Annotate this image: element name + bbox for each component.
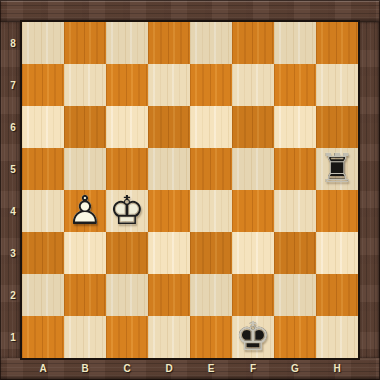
white-pawn-outline-glyph: ♙ bbox=[64, 189, 106, 231]
square-h7[interactable] bbox=[316, 64, 358, 106]
square-c4[interactable]: ♚♔ bbox=[106, 190, 148, 232]
file-label-g: G bbox=[274, 358, 316, 379]
rank-label-5: 5 bbox=[0, 148, 22, 190]
square-b4[interactable]: ♟♙ bbox=[64, 190, 106, 232]
square-e2[interactable] bbox=[190, 274, 232, 316]
square-f2[interactable] bbox=[232, 274, 274, 316]
square-g2[interactable] bbox=[274, 274, 316, 316]
square-a5[interactable] bbox=[22, 148, 64, 190]
square-a7[interactable] bbox=[22, 64, 64, 106]
rank-label-2: 2 bbox=[0, 274, 22, 316]
file-label-d: D bbox=[148, 358, 190, 379]
black-king-fill-glyph: ♚ bbox=[232, 315, 274, 357]
file-label-b: B bbox=[64, 358, 106, 379]
square-c7[interactable] bbox=[106, 64, 148, 106]
square-g3[interactable] bbox=[274, 232, 316, 274]
piece-black-rook[interactable]: ♜♖ bbox=[316, 148, 358, 190]
square-f1[interactable]: ♚♔ bbox=[232, 316, 274, 358]
square-g8[interactable] bbox=[274, 22, 316, 64]
square-a8[interactable] bbox=[22, 22, 64, 64]
square-h6[interactable] bbox=[316, 106, 358, 148]
square-e5[interactable] bbox=[190, 148, 232, 190]
piece-black-king[interactable]: ♚♔ bbox=[232, 316, 274, 358]
black-king-outline-glyph: ♔ bbox=[232, 315, 274, 357]
square-c3[interactable] bbox=[106, 232, 148, 274]
black-rook-outline-glyph: ♖ bbox=[316, 147, 358, 189]
square-h1[interactable] bbox=[316, 316, 358, 358]
board-frame-right bbox=[358, 22, 380, 358]
square-b8[interactable] bbox=[64, 22, 106, 64]
rank-label-6: 6 bbox=[0, 106, 22, 148]
square-h3[interactable] bbox=[316, 232, 358, 274]
square-e7[interactable] bbox=[190, 64, 232, 106]
square-g7[interactable] bbox=[274, 64, 316, 106]
chess-board: ♜♖♟♙♚♔♚♔ bbox=[20, 20, 360, 360]
square-c5[interactable] bbox=[106, 148, 148, 190]
file-label-c: C bbox=[106, 358, 148, 379]
square-e4[interactable] bbox=[190, 190, 232, 232]
white-king-outline-glyph: ♔ bbox=[106, 189, 148, 231]
square-h5[interactable]: ♜♖ bbox=[316, 148, 358, 190]
white-pawn-fill-glyph: ♟ bbox=[64, 189, 106, 231]
square-d6[interactable] bbox=[148, 106, 190, 148]
square-b6[interactable] bbox=[64, 106, 106, 148]
square-f7[interactable] bbox=[232, 64, 274, 106]
rank-label-8: 8 bbox=[0, 22, 22, 64]
square-h2[interactable] bbox=[316, 274, 358, 316]
square-b1[interactable] bbox=[64, 316, 106, 358]
square-e1[interactable] bbox=[190, 316, 232, 358]
rank-label-4: 4 bbox=[0, 190, 22, 232]
file-label-h: H bbox=[316, 358, 358, 379]
square-g6[interactable] bbox=[274, 106, 316, 148]
board-frame-top bbox=[0, 0, 380, 22]
square-d7[interactable] bbox=[148, 64, 190, 106]
board-frame-bottom: ABCDEFGH bbox=[0, 358, 380, 380]
file-label-e: E bbox=[190, 358, 232, 379]
file-label-a: A bbox=[22, 358, 64, 379]
square-d4[interactable] bbox=[148, 190, 190, 232]
square-d2[interactable] bbox=[148, 274, 190, 316]
square-e6[interactable] bbox=[190, 106, 232, 148]
square-c8[interactable] bbox=[106, 22, 148, 64]
piece-white-king[interactable]: ♚♔ bbox=[106, 190, 148, 232]
square-f5[interactable] bbox=[232, 148, 274, 190]
square-a6[interactable] bbox=[22, 106, 64, 148]
board-frame-left: 87654321 bbox=[0, 22, 22, 358]
square-a3[interactable] bbox=[22, 232, 64, 274]
chessboard-screenshot: ABCDEFGH 87654321 ♜♖♟♙♚♔♚♔ bbox=[0, 0, 380, 380]
square-d8[interactable] bbox=[148, 22, 190, 64]
square-a2[interactable] bbox=[22, 274, 64, 316]
square-c6[interactable] bbox=[106, 106, 148, 148]
square-d5[interactable] bbox=[148, 148, 190, 190]
square-h8[interactable] bbox=[316, 22, 358, 64]
square-b2[interactable] bbox=[64, 274, 106, 316]
square-g4[interactable] bbox=[274, 190, 316, 232]
rank-label-1: 1 bbox=[0, 316, 22, 358]
square-e3[interactable] bbox=[190, 232, 232, 274]
square-b3[interactable] bbox=[64, 232, 106, 274]
square-d3[interactable] bbox=[148, 232, 190, 274]
square-g1[interactable] bbox=[274, 316, 316, 358]
square-a4[interactable] bbox=[22, 190, 64, 232]
rank-label-7: 7 bbox=[0, 64, 22, 106]
square-b5[interactable] bbox=[64, 148, 106, 190]
square-f8[interactable] bbox=[232, 22, 274, 64]
square-d1[interactable] bbox=[148, 316, 190, 358]
rank-label-3: 3 bbox=[0, 232, 22, 274]
square-b7[interactable] bbox=[64, 64, 106, 106]
black-rook-fill-glyph: ♜ bbox=[316, 147, 358, 189]
square-a1[interactable] bbox=[22, 316, 64, 358]
square-c1[interactable] bbox=[106, 316, 148, 358]
white-king-fill-glyph: ♚ bbox=[106, 189, 148, 231]
square-f3[interactable] bbox=[232, 232, 274, 274]
square-g5[interactable] bbox=[274, 148, 316, 190]
square-h4[interactable] bbox=[316, 190, 358, 232]
file-label-f: F bbox=[232, 358, 274, 379]
square-c2[interactable] bbox=[106, 274, 148, 316]
square-e8[interactable] bbox=[190, 22, 232, 64]
square-f4[interactable] bbox=[232, 190, 274, 232]
piece-white-pawn[interactable]: ♟♙ bbox=[64, 190, 106, 232]
square-f6[interactable] bbox=[232, 106, 274, 148]
